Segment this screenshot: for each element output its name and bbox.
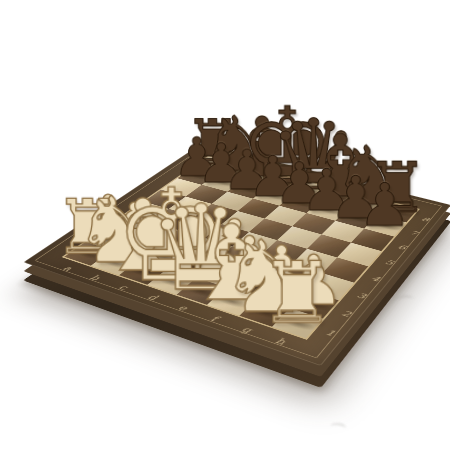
product-photo-scene: abcdefgh 87654321 ♜♞♝♚♛♝♞♜♟♟♟♟♟♟♟♟♟♟♟♟♟♟… bbox=[0, 0, 450, 450]
board-perspective-wrapper: abcdefgh 87654321 ♜♞♝♚♛♝♞♜♟♟♟♟♟♟♟♟♟♟♟♟♟♟… bbox=[93, 76, 405, 388]
piece-white-rook-h1: ♜ bbox=[215, 250, 380, 335]
photo-artifact-smudge bbox=[329, 421, 347, 433]
board-frame: abcdefgh 87654321 ♜♞♝♚♛♝♞♜♟♟♟♟♟♟♟♟♟♟♟♟♟♟… bbox=[24, 144, 450, 366]
chess-board-3d: abcdefgh 87654321 ♜♞♝♚♛♝♞♜♟♟♟♟♟♟♟♟♟♟♟♟♟♟… bbox=[24, 144, 450, 366]
